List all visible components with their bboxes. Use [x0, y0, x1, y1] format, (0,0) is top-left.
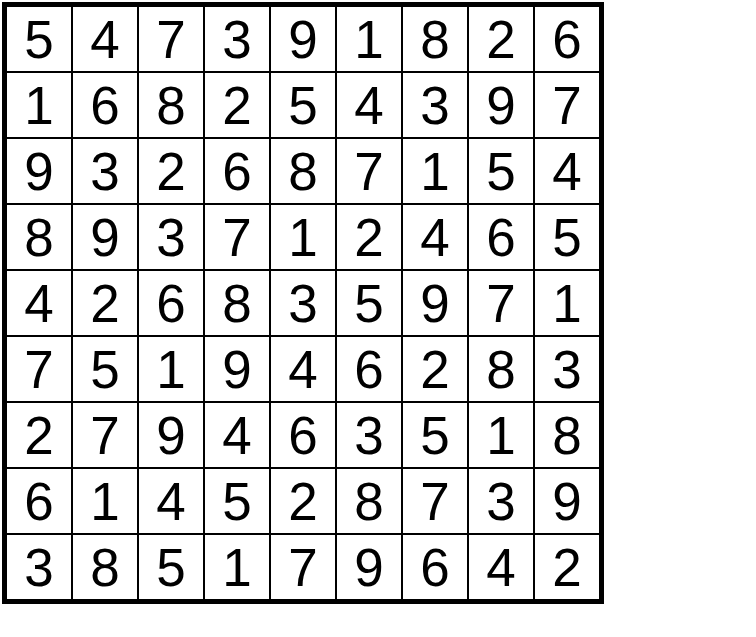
cell-r4c7[interactable]: 4	[403, 205, 467, 269]
cell-r7c3[interactable]: 9	[139, 403, 208, 467]
cell-r3c7[interactable]: 1	[403, 139, 467, 208]
cell-r1c2[interactable]: 4	[73, 7, 137, 71]
cell-r3c6[interactable]: 7	[337, 139, 406, 208]
cell-r5c9[interactable]: 1	[535, 271, 599, 335]
cell-r8c5[interactable]: 2	[271, 469, 335, 533]
cell-r3c5[interactable]: 8	[271, 139, 335, 208]
cell-r8c9[interactable]: 9	[535, 469, 599, 533]
cell-r1c7[interactable]: 8	[403, 7, 467, 71]
cell-r2c8[interactable]: 9	[469, 73, 533, 137]
cell-r2c6[interactable]: 4	[337, 73, 406, 137]
cell-r7c8[interactable]: 1	[469, 403, 533, 467]
cell-r1c8[interactable]: 2	[469, 7, 533, 71]
cell-r4c6[interactable]: 2	[337, 205, 406, 269]
cell-r2c5[interactable]: 5	[271, 73, 335, 137]
cell-r2c9[interactable]: 7	[535, 73, 599, 137]
cell-r6c2[interactable]: 5	[73, 337, 137, 406]
cell-r2c4[interactable]: 2	[205, 73, 269, 137]
cell-r1c6[interactable]: 1	[337, 7, 406, 71]
cell-r3c4[interactable]: 6	[205, 139, 269, 208]
cell-r6c6[interactable]: 6	[337, 337, 406, 406]
cell-r6c1[interactable]: 7	[7, 337, 71, 406]
cell-r1c5[interactable]: 9	[271, 7, 335, 71]
cell-r4c9[interactable]: 5	[535, 205, 599, 269]
cell-r8c7[interactable]: 7	[403, 469, 467, 533]
cell-r5c2[interactable]: 2	[73, 271, 137, 335]
cell-r9c1[interactable]: 3	[7, 535, 71, 599]
cell-r7c6[interactable]: 3	[337, 403, 406, 467]
cell-r9c7[interactable]: 6	[403, 535, 467, 599]
cell-r8c4[interactable]: 5	[205, 469, 269, 533]
cell-r9c3[interactable]: 5	[139, 535, 208, 599]
cell-r9c2[interactable]: 8	[73, 535, 137, 599]
cell-r2c7[interactable]: 3	[403, 73, 467, 137]
cell-r4c1[interactable]: 8	[7, 205, 71, 269]
cell-r6c3[interactable]: 1	[139, 337, 208, 406]
cell-r7c1[interactable]: 2	[7, 403, 71, 467]
cell-r5c8[interactable]: 7	[469, 271, 533, 335]
cell-r2c2[interactable]: 6	[73, 73, 137, 137]
cell-r7c2[interactable]: 7	[73, 403, 137, 467]
cell-r9c4[interactable]: 1	[205, 535, 269, 599]
cell-r5c4[interactable]: 8	[205, 271, 269, 335]
cell-r6c4[interactable]: 9	[205, 337, 269, 406]
cell-r8c1[interactable]: 6	[7, 469, 71, 533]
cell-r2c1[interactable]: 1	[7, 73, 71, 137]
cell-r7c4[interactable]: 4	[205, 403, 269, 467]
sudoku-board: 5473918261682543979326871548937124654268…	[2, 2, 604, 604]
cell-r4c4[interactable]: 7	[205, 205, 269, 269]
cell-r5c7[interactable]: 9	[403, 271, 467, 335]
cell-r4c3[interactable]: 3	[139, 205, 208, 269]
cell-r7c9[interactable]: 8	[535, 403, 599, 467]
cell-r4c2[interactable]: 9	[73, 205, 137, 269]
cell-r9c6[interactable]: 9	[337, 535, 406, 599]
cell-r3c9[interactable]: 4	[535, 139, 599, 208]
cell-r1c3[interactable]: 7	[139, 7, 208, 71]
cell-r4c5[interactable]: 1	[271, 205, 335, 269]
cell-r8c6[interactable]: 8	[337, 469, 406, 533]
cell-r5c5[interactable]: 3	[271, 271, 335, 335]
cell-r8c8[interactable]: 3	[469, 469, 533, 533]
cell-r6c5[interactable]: 4	[271, 337, 335, 406]
cell-r6c7[interactable]: 2	[403, 337, 467, 406]
cell-r1c9[interactable]: 6	[535, 7, 599, 71]
cell-r9c9[interactable]: 2	[535, 535, 599, 599]
cell-r3c1[interactable]: 9	[7, 139, 71, 208]
cell-r9c8[interactable]: 4	[469, 535, 533, 599]
page: 5473918261682543979326871548937124654268…	[0, 0, 756, 637]
cell-r1c4[interactable]: 3	[205, 7, 269, 71]
cell-r5c3[interactable]: 6	[139, 271, 208, 335]
cell-r6c8[interactable]: 8	[469, 337, 533, 406]
cell-r8c3[interactable]: 4	[139, 469, 208, 533]
cell-r1c1[interactable]: 5	[7, 7, 71, 71]
cell-r3c2[interactable]: 3	[73, 139, 137, 208]
cell-r5c6[interactable]: 5	[337, 271, 406, 335]
cell-r2c3[interactable]: 8	[139, 73, 208, 137]
cell-r3c3[interactable]: 2	[139, 139, 208, 208]
cell-r7c7[interactable]: 5	[403, 403, 467, 467]
cell-r9c5[interactable]: 7	[271, 535, 335, 599]
cell-r4c8[interactable]: 6	[469, 205, 533, 269]
cell-r7c5[interactable]: 6	[271, 403, 335, 467]
cell-r8c2[interactable]: 1	[73, 469, 137, 533]
cell-r5c1[interactable]: 4	[7, 271, 71, 335]
cell-r6c9[interactable]: 3	[535, 337, 599, 406]
cell-r3c8[interactable]: 5	[469, 139, 533, 208]
